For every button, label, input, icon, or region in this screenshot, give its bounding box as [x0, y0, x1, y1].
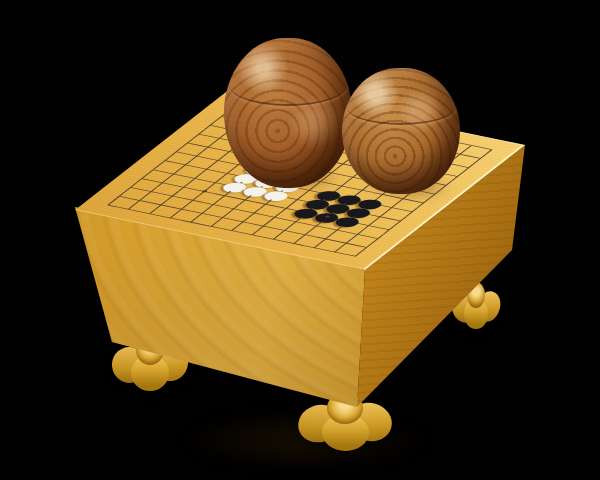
go-stone-bowl-right [342, 68, 460, 194]
goban-product-photo: ●●●●●●●●●●●●●●●●●● [0, 0, 600, 480]
go-stone-bowl-left [224, 38, 352, 188]
